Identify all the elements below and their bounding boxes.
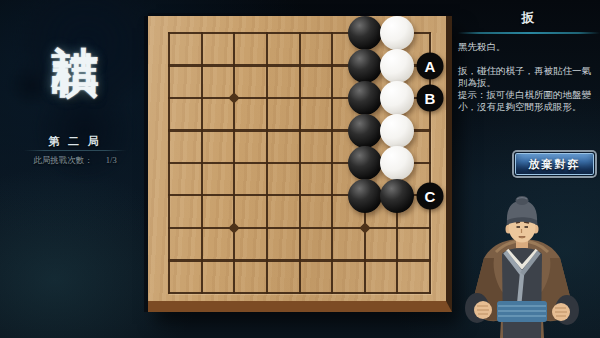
puzzle-mode-title: 詰棋 (49, 8, 101, 20)
go-board[interactable]: ABC (148, 16, 452, 312)
stone-white (380, 146, 414, 180)
npc-sash (497, 301, 547, 322)
move-option-b[interactable]: B (417, 85, 444, 112)
stone-black (348, 16, 382, 50)
puzzle-hint: 提示：扳可使白棋所圍的地盤變小，沒有足夠空間形成眼形。 (458, 90, 600, 113)
npc-inner-robe (502, 248, 542, 338)
left-panel: 詰棋 第 二 局 此局挑戰次數： 1/3 (0, 0, 150, 338)
term-definition: 扳，碰住的棋子，再被貼住一氣則為扳。 (458, 66, 600, 89)
lesson-panel: 扳 黑先殺白。 扳，碰住的棋子，再被貼住一氣則為扳。 提示：扳可使白棋所圍的地盤… (458, 9, 600, 113)
move-option-c[interactable]: C (417, 182, 444, 209)
stone-black (348, 81, 382, 115)
title-divider (458, 32, 600, 34)
stone-white (380, 16, 414, 50)
left-divider (24, 150, 126, 151)
stone-white (380, 114, 414, 148)
round-label: 第 二 局 (0, 134, 150, 149)
lesson-title: 扳 (458, 9, 600, 27)
move-option-a[interactable]: A (417, 52, 444, 79)
npc-character (452, 196, 592, 338)
stone-white (380, 49, 414, 83)
stone-black (348, 146, 382, 180)
stone-black (380, 179, 414, 213)
stone-black (348, 114, 382, 148)
stone-black (348, 49, 382, 83)
forfeit-button[interactable]: 放棄對弈 (514, 152, 595, 176)
stone-white (380, 81, 414, 115)
puzzle-objective: 黑先殺白。 (458, 41, 600, 53)
stone-black (348, 179, 382, 213)
attempts-row: 此局挑戰次數： 1/3 (0, 155, 150, 167)
attempts-label: 此局挑戰次數： (33, 155, 93, 167)
attempts-value: 1/3 (106, 155, 117, 167)
